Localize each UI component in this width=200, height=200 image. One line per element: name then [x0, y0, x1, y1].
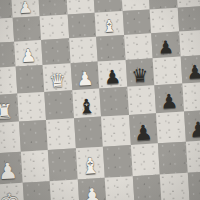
- square-b4: [17, 92, 46, 122]
- square-h1: [187, 171, 200, 200]
- square-b1: [22, 181, 51, 200]
- square-f7: [122, 9, 151, 35]
- square-f2: [130, 143, 159, 176]
- square-d3: [74, 117, 103, 149]
- square-h4: [182, 82, 200, 112]
- square-c1: [50, 180, 79, 200]
- square-c6: [41, 38, 70, 65]
- square-d1: ♟: [77, 178, 106, 200]
- white-king: ♚: [0, 190, 21, 200]
- white-pawn: ♟: [20, 47, 37, 66]
- white-queen: ♛: [48, 71, 66, 91]
- black-pawn: ♟: [157, 38, 174, 57]
- square-c5: ♛: [43, 63, 72, 92]
- square-g7: [150, 8, 179, 34]
- square-b7: [12, 16, 41, 42]
- black-pawn: ♟: [188, 118, 200, 140]
- square-g3: [156, 112, 185, 144]
- square-c2: [48, 148, 77, 181]
- black-queen: ♛: [131, 66, 149, 86]
- square-f4: [127, 85, 156, 115]
- square-e3: [101, 115, 130, 147]
- square-d4: ♝: [72, 89, 101, 119]
- black-pawn: ♟: [103, 68, 121, 88]
- square-h7: [177, 6, 200, 32]
- square-e4: [99, 87, 128, 117]
- square-g1: [160, 173, 189, 200]
- black-pawn: ♟: [186, 62, 200, 82]
- square-g4: ♟: [154, 84, 183, 114]
- square-b8: ♟: [11, 0, 40, 18]
- white-bishop: ♝: [101, 18, 117, 36]
- square-f6: [124, 33, 153, 60]
- black-pawn: ♟: [133, 122, 153, 144]
- square-a6: [0, 42, 15, 69]
- white-bishop: ♝: [80, 155, 101, 178]
- square-a5: [0, 67, 17, 96]
- square-h5: ♟: [180, 55, 200, 84]
- square-d2: ♝: [75, 147, 104, 180]
- square-e7: ♝: [95, 11, 124, 37]
- square-d5: ♟: [70, 62, 99, 91]
- chess-board-photo: ♟♝♟♟♛♟♟♛♟♜♝♟♟♟♟♝♚♟: [0, 0, 200, 200]
- white-pawn: ♟: [0, 160, 18, 183]
- square-h2: [185, 140, 200, 173]
- black-pawn: ♟: [160, 91, 179, 112]
- square-e5: ♟: [98, 60, 127, 89]
- square-d7: [67, 13, 96, 39]
- square-b3: [18, 120, 47, 152]
- square-a2: ♟: [0, 152, 22, 185]
- square-b6: ♟: [14, 40, 43, 67]
- square-d6: [69, 37, 98, 64]
- square-a3: [0, 122, 20, 154]
- square-g5: [153, 57, 182, 86]
- square-e6: [96, 35, 125, 62]
- square-e2: [103, 145, 132, 178]
- white-pawn: ♟: [76, 69, 94, 89]
- square-c7: [40, 14, 69, 40]
- square-g6: ♟: [151, 32, 180, 59]
- square-g2: [158, 142, 187, 175]
- square-a4: ♜: [0, 94, 18, 124]
- square-c4: [44, 90, 73, 120]
- square-f5: ♛: [125, 58, 154, 87]
- square-h3: ♟: [184, 110, 200, 142]
- chess-board: ♟♝♟♟♛♟♟♛♟♜♝♟♟♟♟♝♚♟: [0, 0, 200, 200]
- square-c3: [46, 118, 75, 150]
- square-a1: ♚: [0, 183, 24, 200]
- square-f3: ♟: [129, 113, 158, 145]
- white-pawn: ♟: [18, 0, 33, 16]
- square-b2: [20, 150, 49, 183]
- white-rook: ♜: [0, 101, 14, 122]
- square-e1: [105, 176, 134, 200]
- square-f1: [132, 174, 161, 200]
- square-b5: [15, 65, 44, 94]
- white-pawn: ♟: [81, 185, 104, 200]
- black-bishop: ♝: [77, 96, 96, 117]
- square-h6: [179, 30, 200, 57]
